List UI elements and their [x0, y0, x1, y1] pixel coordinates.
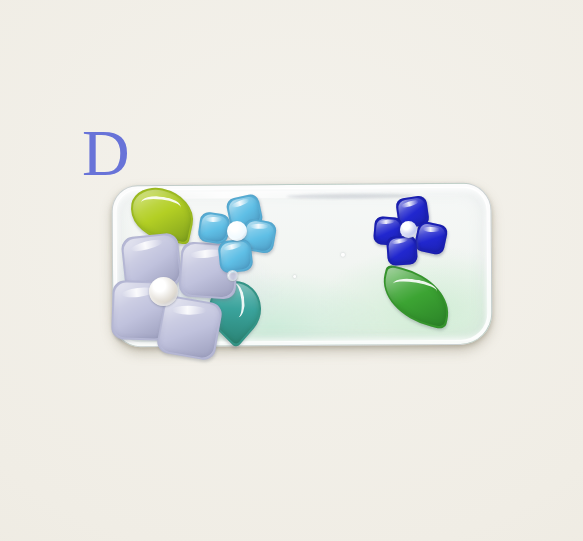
- cobalt-flower-petal: [413, 220, 449, 256]
- sky-flower-petal: [217, 238, 253, 273]
- glass-speck: [341, 253, 345, 257]
- product-photo: D: [0, 0, 583, 541]
- cobalt-blue-flower: [372, 195, 452, 271]
- cobalt-flower-center-bead: [400, 221, 417, 238]
- variant-label: D: [82, 120, 130, 186]
- glass-speck: [293, 275, 296, 278]
- sky-flower-center-bead: [227, 221, 247, 241]
- cobalt-flower-petal: [386, 235, 418, 266]
- lavender-flower-center-bead: [149, 277, 178, 306]
- sky-blue-flower: [198, 195, 284, 285]
- glass-bubble: [227, 270, 238, 281]
